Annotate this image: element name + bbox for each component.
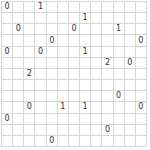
grid-cell-r0c7[interactable] bbox=[80, 2, 91, 13]
grid-cell-r7c7[interactable] bbox=[80, 80, 91, 91]
grid-cell-r10c8[interactable] bbox=[91, 114, 102, 125]
grid-cell-r12c4[interactable]: 0 bbox=[47, 136, 58, 147]
grid-cell-r5c6[interactable] bbox=[69, 58, 80, 69]
grid-cell-r9c3[interactable] bbox=[35, 102, 46, 113]
grid-cell-r6c0[interactable] bbox=[2, 69, 13, 80]
grid-cell-r12c10[interactable] bbox=[114, 136, 125, 147]
grid-cell-r5c5[interactable] bbox=[58, 58, 69, 69]
grid-cell-r2c10[interactable]: 1 bbox=[114, 24, 125, 35]
grid-cell-r6c4[interactable] bbox=[47, 69, 58, 80]
grid-cell-r6c11[interactable] bbox=[125, 69, 136, 80]
grid-cell-r4c9[interactable] bbox=[102, 47, 113, 58]
clue-digit: 0 bbox=[116, 92, 121, 100]
grid-cell-r10c4[interactable] bbox=[47, 114, 58, 125]
grid-cell-r5c2[interactable] bbox=[24, 58, 35, 69]
grid-cell-r7c5[interactable] bbox=[58, 80, 69, 91]
grid-cell-r8c5[interactable] bbox=[58, 91, 69, 102]
grid-cell-r10c10[interactable] bbox=[114, 114, 125, 125]
grid-cell-r6c2[interactable]: 2 bbox=[24, 69, 35, 80]
grid-cell-r8c7[interactable] bbox=[80, 91, 91, 102]
grid-cell-r12c8[interactable] bbox=[91, 136, 102, 147]
grid-cell-r5c0[interactable] bbox=[2, 58, 13, 69]
grid-cell-r3c6[interactable] bbox=[69, 35, 80, 46]
grid-cell-r1c10[interactable] bbox=[114, 13, 125, 24]
grid-cell-r10c2[interactable] bbox=[24, 114, 35, 125]
grid-cell-r9c5[interactable]: 1 bbox=[58, 102, 69, 113]
grid-cell-r1c5[interactable] bbox=[58, 13, 69, 24]
grid-cell-r3c7[interactable] bbox=[80, 35, 91, 46]
grid-cell-r0c5[interactable] bbox=[58, 2, 69, 13]
grid-cell-r9c12[interactable]: 0 bbox=[136, 102, 147, 113]
clue-digit: 0 bbox=[49, 137, 54, 145]
grid-cell-r11c1[interactable] bbox=[13, 125, 24, 136]
grid-cell-r9c9[interactable] bbox=[102, 102, 113, 113]
grid-cell-r10c9[interactable] bbox=[102, 114, 113, 125]
grid-cell-r1c4[interactable] bbox=[47, 13, 58, 24]
grid-cell-r5c10[interactable] bbox=[114, 58, 125, 69]
grid-cell-r9c6[interactable] bbox=[69, 102, 80, 113]
clue-digit: 1 bbox=[38, 3, 43, 11]
grid-cell-r0c9[interactable] bbox=[102, 2, 113, 13]
grid-cell-r11c10[interactable] bbox=[114, 125, 125, 136]
grid-cell-r3c12[interactable]: 0 bbox=[136, 35, 147, 46]
grid-cell-r3c11[interactable] bbox=[125, 35, 136, 46]
grid-cell-r1c0[interactable] bbox=[2, 13, 13, 24]
grid-cell-r11c9[interactable]: 0 bbox=[102, 125, 113, 136]
clue-digit: 0 bbox=[27, 103, 32, 111]
grid-cell-r5c7[interactable] bbox=[80, 58, 91, 69]
grid-cell-r2c7[interactable] bbox=[80, 24, 91, 35]
grid-cell-r12c3[interactable] bbox=[35, 136, 46, 147]
grid-cell-r11c11[interactable] bbox=[125, 125, 136, 136]
grid-cell-r5c4[interactable] bbox=[47, 58, 58, 69]
grid-cell-r7c8[interactable] bbox=[91, 80, 102, 91]
clue-digit: 0 bbox=[38, 48, 43, 56]
grid-cell-r9c2[interactable]: 0 bbox=[24, 102, 35, 113]
grid-cell-r9c8[interactable] bbox=[91, 102, 102, 113]
clue-digit: 0 bbox=[127, 59, 132, 67]
clue-digit: 0 bbox=[5, 48, 10, 56]
grid-cell-r3c10[interactable] bbox=[114, 35, 125, 46]
grid-cell-r2c2[interactable] bbox=[24, 24, 35, 35]
grid-cell-r12c12[interactable] bbox=[136, 136, 147, 147]
grid-cell-r2c5[interactable] bbox=[58, 24, 69, 35]
grid-cell-r3c8[interactable] bbox=[91, 35, 102, 46]
clue-digit: 1 bbox=[83, 48, 88, 56]
grid-cell-r0c3[interactable]: 1 bbox=[35, 2, 46, 13]
grid-cell-r5c11[interactable]: 0 bbox=[125, 58, 136, 69]
grid-cell-r3c1[interactable] bbox=[13, 35, 24, 46]
grid-cell-r1c3[interactable] bbox=[35, 13, 46, 24]
grid-cell-r0c8[interactable] bbox=[91, 2, 102, 13]
grid-cell-r2c4[interactable] bbox=[47, 24, 58, 35]
grid-cell-r8c9[interactable] bbox=[102, 91, 113, 102]
grid-cell-r12c2[interactable] bbox=[24, 136, 35, 147]
grid-cell-r12c11[interactable] bbox=[125, 136, 136, 147]
grid-cell-r7c2[interactable] bbox=[24, 80, 35, 91]
grid-cell-r2c8[interactable] bbox=[91, 24, 102, 35]
grid-cell-r6c10[interactable] bbox=[114, 69, 125, 80]
puzzle-board: 0110010000120200110000 bbox=[1, 1, 147, 147]
grid-cell-r9c7[interactable]: 1 bbox=[80, 102, 91, 113]
grid-cell-r4c6[interactable] bbox=[69, 47, 80, 58]
clue-digit: 2 bbox=[27, 70, 32, 78]
grid-cell-r11c4[interactable] bbox=[47, 125, 58, 136]
clue-digit: 0 bbox=[16, 25, 21, 33]
clue-digit: 0 bbox=[138, 37, 143, 45]
grid-cell-r1c6[interactable] bbox=[69, 13, 80, 24]
grid-cell-r6c1[interactable] bbox=[13, 69, 24, 80]
grid-cell-r7c1[interactable] bbox=[13, 80, 24, 91]
grid-cell-r1c9[interactable] bbox=[102, 13, 113, 24]
clue-digit: 0 bbox=[5, 115, 10, 123]
grid-cell-r7c10[interactable] bbox=[114, 80, 125, 91]
grid-cell-r11c2[interactable] bbox=[24, 125, 35, 136]
grid-cell-r11c12[interactable] bbox=[136, 125, 147, 136]
grid-cell-r9c1[interactable] bbox=[13, 102, 24, 113]
grid-cell-r11c7[interactable] bbox=[80, 125, 91, 136]
grid-cell-r0c6[interactable] bbox=[69, 2, 80, 13]
grid-cell-r0c10[interactable] bbox=[114, 2, 125, 13]
grid-cell-r8c1[interactable] bbox=[13, 91, 24, 102]
clue-digit: 0 bbox=[105, 126, 110, 134]
grid-cell-r10c6[interactable] bbox=[69, 114, 80, 125]
grid-cell-r8c12[interactable] bbox=[136, 91, 147, 102]
grid-cell-r8c10[interactable]: 0 bbox=[114, 91, 125, 102]
grid-cell-r4c1[interactable] bbox=[13, 47, 24, 58]
grid-cell-r0c12[interactable] bbox=[136, 2, 147, 13]
grid-cell-r5c8[interactable] bbox=[91, 58, 102, 69]
grid-cell-r7c6[interactable] bbox=[69, 80, 80, 91]
grid-cell-r1c1[interactable] bbox=[13, 13, 24, 24]
grid-cell-r3c9[interactable] bbox=[102, 35, 113, 46]
grid-cell-r6c7[interactable] bbox=[80, 69, 91, 80]
grid-cell-r2c3[interactable] bbox=[35, 24, 46, 35]
grid-cell-r6c8[interactable] bbox=[91, 69, 102, 80]
grid-cell-r10c1[interactable] bbox=[13, 114, 24, 125]
grid-cell-r12c7[interactable] bbox=[80, 136, 91, 147]
grid-cell-r4c10[interactable] bbox=[114, 47, 125, 58]
clue-digit: 1 bbox=[60, 103, 65, 111]
grid-cell-r1c2[interactable] bbox=[24, 13, 35, 24]
grid-cell-r7c12[interactable] bbox=[136, 80, 147, 91]
grid-cell-r7c3[interactable] bbox=[35, 80, 46, 91]
grid-cell-r1c8[interactable] bbox=[91, 13, 102, 24]
clue-digit: 0 bbox=[49, 37, 54, 45]
grid-cell-r5c9[interactable]: 2 bbox=[102, 58, 113, 69]
grid-cell-r4c2[interactable] bbox=[24, 47, 35, 58]
grid-cell-r8c0[interactable] bbox=[2, 91, 13, 102]
grid-cell-r4c8[interactable] bbox=[91, 47, 102, 58]
grid-cell-r6c12[interactable] bbox=[136, 69, 147, 80]
grid-cell-r8c2[interactable] bbox=[24, 91, 35, 102]
grid-cell-r4c4[interactable] bbox=[47, 47, 58, 58]
grid-cell-r10c7[interactable] bbox=[80, 114, 91, 125]
grid-cell-r5c1[interactable] bbox=[13, 58, 24, 69]
clue-digit: 1 bbox=[116, 25, 121, 33]
puzzle-grid: 0110010000120200110000 bbox=[1, 1, 147, 147]
grid-cell-r7c11[interactable] bbox=[125, 80, 136, 91]
grid-cell-r9c10[interactable] bbox=[114, 102, 125, 113]
grid-cell-r10c12[interactable] bbox=[136, 114, 147, 125]
grid-cell-r6c6[interactable] bbox=[69, 69, 80, 80]
grid-cell-r11c6[interactable] bbox=[69, 125, 80, 136]
grid-cell-r2c6[interactable]: 0 bbox=[69, 24, 80, 35]
clue-digit: 2 bbox=[105, 59, 110, 67]
clue-digit: 0 bbox=[71, 25, 76, 33]
grid-cell-r0c4[interactable] bbox=[47, 2, 58, 13]
grid-cell-r0c11[interactable] bbox=[125, 2, 136, 13]
clue-digit: 0 bbox=[5, 3, 10, 11]
grid-cell-r11c3[interactable] bbox=[35, 125, 46, 136]
grid-cell-r10c0[interactable]: 0 bbox=[2, 114, 13, 125]
grid-cell-r7c0[interactable] bbox=[2, 80, 13, 91]
grid-cell-r12c0[interactable] bbox=[2, 136, 13, 147]
grid-cell-r8c6[interactable] bbox=[69, 91, 80, 102]
grid-cell-r4c0[interactable]: 0 bbox=[2, 47, 13, 58]
grid-cell-r8c3[interactable] bbox=[35, 91, 46, 102]
grid-cell-r3c5[interactable] bbox=[58, 35, 69, 46]
grid-cell-r1c12[interactable] bbox=[136, 13, 147, 24]
clue-digit: 1 bbox=[83, 14, 88, 22]
grid-cell-r9c4[interactable] bbox=[47, 102, 58, 113]
grid-cell-r11c8[interactable] bbox=[91, 125, 102, 136]
grid-cell-r6c9[interactable] bbox=[102, 69, 113, 80]
grid-cell-r11c0[interactable] bbox=[2, 125, 13, 136]
grid-cell-r8c11[interactable] bbox=[125, 91, 136, 102]
grid-cell-r11c5[interactable] bbox=[58, 125, 69, 136]
grid-cell-r2c11[interactable] bbox=[125, 24, 136, 35]
grid-cell-r12c9[interactable] bbox=[102, 136, 113, 147]
grid-cell-r5c12[interactable] bbox=[136, 58, 147, 69]
grid-cell-r9c11[interactable] bbox=[125, 102, 136, 113]
grid-cell-r0c2[interactable] bbox=[24, 2, 35, 13]
grid-cell-r12c1[interactable] bbox=[13, 136, 24, 147]
grid-cell-r4c5[interactable] bbox=[58, 47, 69, 58]
grid-cell-r12c6[interactable] bbox=[69, 136, 80, 147]
grid-cell-r12c5[interactable] bbox=[58, 136, 69, 147]
grid-cell-r1c7[interactable]: 1 bbox=[80, 13, 91, 24]
grid-cell-r0c1[interactable] bbox=[13, 2, 24, 13]
grid-cell-r4c11[interactable] bbox=[125, 47, 136, 58]
grid-cell-r2c12[interactable] bbox=[136, 24, 147, 35]
grid-cell-r8c4[interactable] bbox=[47, 91, 58, 102]
grid-cell-r10c11[interactable] bbox=[125, 114, 136, 125]
grid-cell-r4c7[interactable]: 1 bbox=[80, 47, 91, 58]
grid-cell-r3c0[interactable] bbox=[2, 35, 13, 46]
grid-cell-r9c0[interactable] bbox=[2, 102, 13, 113]
grid-cell-r10c3[interactable] bbox=[35, 114, 46, 125]
grid-cell-r3c4[interactable]: 0 bbox=[47, 35, 58, 46]
grid-cell-r4c3[interactable]: 0 bbox=[35, 47, 46, 58]
clue-digit: 0 bbox=[138, 103, 143, 111]
grid-cell-r0c0[interactable]: 0 bbox=[2, 2, 13, 13]
grid-cell-r2c0[interactable] bbox=[2, 24, 13, 35]
grid-cell-r10c5[interactable] bbox=[58, 114, 69, 125]
grid-cell-r7c9[interactable] bbox=[102, 80, 113, 91]
grid-cell-r6c5[interactable] bbox=[58, 69, 69, 80]
grid-cell-r6c3[interactable] bbox=[35, 69, 46, 80]
clue-digit: 1 bbox=[83, 103, 88, 111]
grid-cell-r7c4[interactable] bbox=[47, 80, 58, 91]
grid-cell-r2c1[interactable]: 0 bbox=[13, 24, 24, 35]
grid-cell-r3c2[interactable] bbox=[24, 35, 35, 46]
grid-cell-r3c3[interactable] bbox=[35, 35, 46, 46]
grid-cell-r2c9[interactable] bbox=[102, 24, 113, 35]
grid-cell-r1c11[interactable] bbox=[125, 13, 136, 24]
grid-cell-r4c12[interactable] bbox=[136, 47, 147, 58]
grid-cell-r5c3[interactable] bbox=[35, 58, 46, 69]
grid-cell-r8c8[interactable] bbox=[91, 91, 102, 102]
